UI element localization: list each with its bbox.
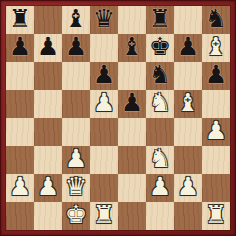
piece-white-rook[interactable]: ♜: [93, 202, 115, 229]
piece-black-knight[interactable]: ♞: [205, 6, 227, 33]
piece-white-pawn[interactable]: ♟: [149, 174, 171, 201]
square-c8[interactable]: ♝: [62, 6, 90, 34]
square-d7[interactable]: [90, 34, 118, 62]
square-g5[interactable]: ♝: [174, 90, 202, 118]
square-c1[interactable]: ♚: [62, 202, 90, 230]
piece-white-pawn[interactable]: ♟: [37, 174, 59, 201]
square-e8[interactable]: [118, 6, 146, 34]
square-d6[interactable]: ♟: [90, 62, 118, 90]
square-e2[interactable]: [118, 174, 146, 202]
piece-black-rook[interactable]: ♜: [149, 6, 171, 33]
square-d2[interactable]: [90, 174, 118, 202]
square-g8[interactable]: [174, 6, 202, 34]
square-a8[interactable]: ♜: [6, 6, 34, 34]
square-f2[interactable]: ♟: [146, 174, 174, 202]
chess-board: ♜♝♛♜♞♟♟♟♝♚♟♝♟♞♟♟♟♞♝♟♟♞♟♟♛♟♟♚♜♜: [6, 6, 230, 230]
square-g7[interactable]: ♟: [174, 34, 202, 62]
square-f5[interactable]: ♞: [146, 90, 174, 118]
square-f3[interactable]: ♞: [146, 146, 174, 174]
piece-black-pawn[interactable]: ♟: [93, 62, 115, 89]
square-e5[interactable]: ♟: [118, 90, 146, 118]
square-g1[interactable]: [174, 202, 202, 230]
piece-white-knight[interactable]: ♞: [149, 146, 171, 173]
piece-white-bishop[interactable]: ♝: [205, 34, 227, 61]
square-b4[interactable]: [34, 118, 62, 146]
square-h3[interactable]: [202, 146, 230, 174]
square-d5[interactable]: ♟: [90, 90, 118, 118]
square-a6[interactable]: [6, 62, 34, 90]
piece-black-pawn[interactable]: ♟: [37, 34, 59, 61]
square-a1[interactable]: [6, 202, 34, 230]
square-h5[interactable]: [202, 90, 230, 118]
piece-black-pawn[interactable]: ♟: [121, 90, 143, 117]
square-c5[interactable]: [62, 90, 90, 118]
piece-black-bishop[interactable]: ♝: [121, 34, 143, 61]
square-d4[interactable]: [90, 118, 118, 146]
square-h6[interactable]: ♟: [202, 62, 230, 90]
piece-white-knight[interactable]: ♞: [149, 90, 171, 117]
square-g4[interactable]: [174, 118, 202, 146]
square-f1[interactable]: [146, 202, 174, 230]
square-e3[interactable]: [118, 146, 146, 174]
square-a7[interactable]: ♟: [6, 34, 34, 62]
square-d3[interactable]: [90, 146, 118, 174]
square-c2[interactable]: ♛: [62, 174, 90, 202]
piece-white-king[interactable]: ♚: [65, 202, 87, 229]
piece-black-pawn[interactable]: ♟: [205, 62, 227, 89]
square-f4[interactable]: [146, 118, 174, 146]
piece-white-pawn[interactable]: ♟: [9, 174, 31, 201]
square-c7[interactable]: ♟: [62, 34, 90, 62]
piece-black-pawn[interactable]: ♟: [9, 34, 31, 61]
square-a4[interactable]: [6, 118, 34, 146]
square-h4[interactable]: ♟: [202, 118, 230, 146]
piece-white-pawn[interactable]: ♟: [93, 90, 115, 117]
square-a3[interactable]: [6, 146, 34, 174]
square-b7[interactable]: ♟: [34, 34, 62, 62]
piece-black-rook[interactable]: ♜: [9, 6, 31, 33]
square-d1[interactable]: ♜: [90, 202, 118, 230]
square-h7[interactable]: ♝: [202, 34, 230, 62]
piece-black-knight[interactable]: ♞: [149, 62, 171, 89]
square-b1[interactable]: [34, 202, 62, 230]
square-f6[interactable]: ♞: [146, 62, 174, 90]
square-g6[interactable]: [174, 62, 202, 90]
square-e4[interactable]: [118, 118, 146, 146]
square-g2[interactable]: ♟: [174, 174, 202, 202]
piece-white-bishop[interactable]: ♝: [177, 90, 199, 117]
piece-black-king[interactable]: ♚: [149, 34, 171, 61]
square-a5[interactable]: [6, 90, 34, 118]
square-a2[interactable]: ♟: [6, 174, 34, 202]
square-f7[interactable]: ♚: [146, 34, 174, 62]
square-g3[interactable]: [174, 146, 202, 174]
square-e6[interactable]: [118, 62, 146, 90]
piece-black-pawn[interactable]: ♟: [177, 34, 199, 61]
square-e7[interactable]: ♝: [118, 34, 146, 62]
square-d8[interactable]: ♛: [90, 6, 118, 34]
square-h1[interactable]: ♜: [202, 202, 230, 230]
piece-black-pawn[interactable]: ♟: [65, 34, 87, 61]
square-b5[interactable]: [34, 90, 62, 118]
square-b8[interactable]: [34, 6, 62, 34]
piece-black-bishop[interactable]: ♝: [65, 6, 87, 33]
square-h2[interactable]: [202, 174, 230, 202]
piece-white-pawn[interactable]: ♟: [177, 174, 199, 201]
square-b3[interactable]: [34, 146, 62, 174]
square-b6[interactable]: [34, 62, 62, 90]
board-frame: ♜♝♛♜♞♟♟♟♝♚♟♝♟♞♟♟♟♞♝♟♟♞♟♟♛♟♟♚♜♜: [0, 0, 236, 236]
piece-white-queen[interactable]: ♛: [65, 174, 87, 201]
square-e1[interactable]: [118, 202, 146, 230]
square-h8[interactable]: ♞: [202, 6, 230, 34]
square-c3[interactable]: ♟: [62, 146, 90, 174]
square-f8[interactable]: ♜: [146, 6, 174, 34]
piece-black-queen[interactable]: ♛: [93, 6, 115, 33]
square-c4[interactable]: [62, 118, 90, 146]
square-c6[interactable]: [62, 62, 90, 90]
piece-white-rook[interactable]: ♜: [205, 202, 227, 229]
piece-white-pawn[interactable]: ♟: [65, 146, 87, 173]
square-b2[interactable]: ♟: [34, 174, 62, 202]
piece-white-pawn[interactable]: ♟: [205, 118, 227, 145]
